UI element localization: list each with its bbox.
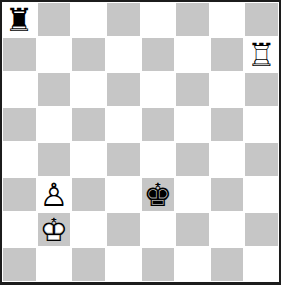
square-d6[interactable] xyxy=(106,72,141,107)
square-g5[interactable] xyxy=(210,107,245,142)
square-f8[interactable] xyxy=(175,2,210,37)
square-b5[interactable] xyxy=(37,107,72,142)
square-h1[interactable] xyxy=(244,247,279,282)
square-e6[interactable] xyxy=(141,72,176,107)
square-f6[interactable] xyxy=(175,72,210,107)
square-f1[interactable] xyxy=(175,247,210,282)
square-h4[interactable] xyxy=(244,142,279,177)
square-b1[interactable] xyxy=(37,247,72,282)
square-e2[interactable] xyxy=(141,212,176,247)
square-d8[interactable] xyxy=(106,2,141,37)
square-a8[interactable]: ♜ xyxy=(2,2,37,37)
square-g3[interactable] xyxy=(210,177,245,212)
square-h6[interactable] xyxy=(244,72,279,107)
square-a5[interactable] xyxy=(2,107,37,142)
black-rook-piece[interactable]: ♜ xyxy=(2,2,37,37)
square-e4[interactable] xyxy=(141,142,176,177)
square-b4[interactable] xyxy=(37,142,72,177)
square-b6[interactable] xyxy=(37,72,72,107)
square-d2[interactable] xyxy=(106,212,141,247)
square-f5[interactable] xyxy=(175,107,210,142)
square-a6[interactable] xyxy=(2,72,37,107)
white-pawn-piece-fill: ♟ xyxy=(37,177,72,212)
square-e8[interactable] xyxy=(141,2,176,37)
square-e1[interactable] xyxy=(141,247,176,282)
white-rook-piece-fill: ♜ xyxy=(244,37,279,72)
chessboard-frame: ♜♜♖♟♙♚♚♔ xyxy=(0,0,281,285)
black-king-piece[interactable]: ♚ xyxy=(141,177,176,212)
square-e7[interactable] xyxy=(141,37,176,72)
white-pawn-piece[interactable]: ♙ xyxy=(37,177,72,212)
square-e5[interactable] xyxy=(141,107,176,142)
square-c8[interactable] xyxy=(71,2,106,37)
square-c4[interactable] xyxy=(71,142,106,177)
square-b2[interactable]: ♚♔ xyxy=(37,212,72,247)
square-c1[interactable] xyxy=(71,247,106,282)
square-a2[interactable] xyxy=(2,212,37,247)
square-a3[interactable] xyxy=(2,177,37,212)
square-a1[interactable] xyxy=(2,247,37,282)
square-a7[interactable] xyxy=(2,37,37,72)
square-e3[interactable]: ♚ xyxy=(141,177,176,212)
square-c2[interactable] xyxy=(71,212,106,247)
square-h8[interactable] xyxy=(244,2,279,37)
square-f3[interactable] xyxy=(175,177,210,212)
square-g4[interactable] xyxy=(210,142,245,177)
square-g7[interactable] xyxy=(210,37,245,72)
square-d3[interactable] xyxy=(106,177,141,212)
square-d7[interactable] xyxy=(106,37,141,72)
square-c3[interactable] xyxy=(71,177,106,212)
square-f2[interactable] xyxy=(175,212,210,247)
square-h3[interactable] xyxy=(244,177,279,212)
square-f7[interactable] xyxy=(175,37,210,72)
square-g2[interactable] xyxy=(210,212,245,247)
square-f4[interactable] xyxy=(175,142,210,177)
square-d1[interactable] xyxy=(106,247,141,282)
square-g8[interactable] xyxy=(210,2,245,37)
square-c5[interactable] xyxy=(71,107,106,142)
chessboard: ♜♜♖♟♙♚♚♔ xyxy=(2,2,279,282)
square-d4[interactable] xyxy=(106,142,141,177)
square-b3[interactable]: ♟♙ xyxy=(37,177,72,212)
square-c6[interactable] xyxy=(71,72,106,107)
square-h7[interactable]: ♜♖ xyxy=(244,37,279,72)
square-b7[interactable] xyxy=(37,37,72,72)
square-h5[interactable] xyxy=(244,107,279,142)
white-rook-piece[interactable]: ♖ xyxy=(244,37,279,72)
square-h2[interactable] xyxy=(244,212,279,247)
square-g1[interactable] xyxy=(210,247,245,282)
square-d5[interactable] xyxy=(106,107,141,142)
square-b8[interactable] xyxy=(37,2,72,37)
square-c7[interactable] xyxy=(71,37,106,72)
square-g6[interactable] xyxy=(210,72,245,107)
white-king-piece[interactable]: ♔ xyxy=(37,212,72,247)
square-a4[interactable] xyxy=(2,142,37,177)
white-king-piece-fill: ♚ xyxy=(37,212,72,247)
